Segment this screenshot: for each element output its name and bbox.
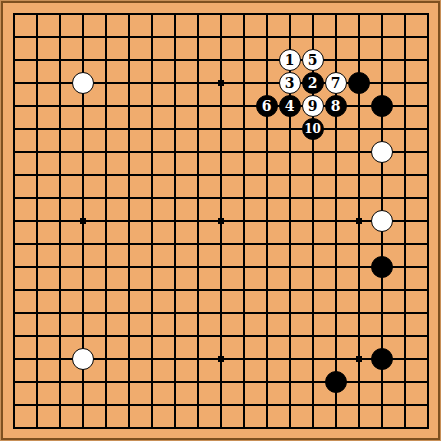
stone-white-move-7: 7 <box>325 72 347 94</box>
star-point <box>218 218 224 224</box>
stone-black <box>348 72 370 94</box>
stone-white-move-3: 3 <box>279 72 301 94</box>
stone-black-move-8: 8 <box>325 95 347 117</box>
stone-white <box>371 210 393 232</box>
grid-line-vertical <box>404 13 406 429</box>
stone-black <box>371 95 393 117</box>
stone-black-move-10: 10 <box>302 118 324 140</box>
stone-black-move-2: 2 <box>302 72 324 94</box>
grid-line-horizontal <box>13 427 429 429</box>
stone-black-move-4: 4 <box>279 95 301 117</box>
grid-line-vertical <box>266 13 268 429</box>
go-board: 12345678910 <box>0 0 441 441</box>
stone-black-move-6: 6 <box>256 95 278 117</box>
stone-white-move-1: 1 <box>279 49 301 71</box>
grid-line-horizontal <box>13 243 429 245</box>
star-point <box>356 218 362 224</box>
grid-line-vertical <box>427 13 429 429</box>
grid-line-horizontal <box>13 289 429 291</box>
stone-black <box>371 256 393 278</box>
stone-black <box>371 348 393 370</box>
stone-white-move-5: 5 <box>302 49 324 71</box>
grid-line-vertical <box>243 13 245 429</box>
grid-line-horizontal <box>13 335 429 337</box>
grid-line-horizontal <box>13 266 429 268</box>
grid-line-horizontal <box>13 312 429 314</box>
star-point <box>80 218 86 224</box>
star-point <box>218 356 224 362</box>
stone-white <box>72 348 94 370</box>
stone-white <box>72 72 94 94</box>
stone-black <box>325 371 347 393</box>
grid-line-horizontal <box>13 381 429 383</box>
stone-white <box>371 141 393 163</box>
star-point <box>218 80 224 86</box>
stone-white-move-9: 9 <box>302 95 324 117</box>
grid-line-horizontal <box>13 404 429 406</box>
star-point <box>356 356 362 362</box>
